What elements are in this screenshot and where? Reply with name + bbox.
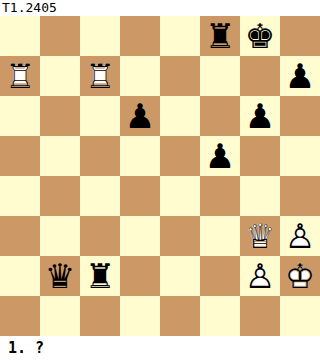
piece-white-pawn: ♟♙ <box>240 256 280 296</box>
square-e7[interactable] <box>160 56 200 96</box>
piece-white-pawn: ♟♙ <box>280 216 320 256</box>
square-b1[interactable] <box>40 296 80 336</box>
square-a5[interactable] <box>0 136 40 176</box>
square-a6[interactable] <box>0 96 40 136</box>
square-g1[interactable] <box>240 296 280 336</box>
square-a8[interactable] <box>0 16 40 56</box>
square-d7[interactable] <box>120 56 160 96</box>
square-g3[interactable]: ♛♕ <box>240 216 280 256</box>
square-b3[interactable] <box>40 216 80 256</box>
square-f5[interactable]: ♟ <box>200 136 240 176</box>
square-h3[interactable]: ♟♙ <box>280 216 320 256</box>
square-h4[interactable] <box>280 176 320 216</box>
square-c4[interactable] <box>80 176 120 216</box>
square-b7[interactable] <box>40 56 80 96</box>
square-a2[interactable] <box>0 256 40 296</box>
square-c3[interactable] <box>80 216 120 256</box>
square-a3[interactable] <box>0 216 40 256</box>
square-g6[interactable]: ♟ <box>240 96 280 136</box>
square-g5[interactable] <box>240 136 280 176</box>
black-pawn-icon: ♟ <box>240 96 280 136</box>
square-d1[interactable] <box>120 296 160 336</box>
white-rook-icon: ♖ <box>80 56 120 96</box>
square-b8[interactable] <box>40 16 80 56</box>
square-f3[interactable] <box>200 216 240 256</box>
piece-black-queen: ♛ <box>40 256 80 296</box>
square-c2[interactable]: ♜ <box>80 256 120 296</box>
black-rook-icon: ♜ <box>200 16 240 56</box>
square-h6[interactable] <box>280 96 320 136</box>
title-bar: T1.2405 <box>0 0 320 16</box>
piece-white-rook: ♜♖ <box>80 56 120 96</box>
black-queen-icon: ♛ <box>40 256 80 296</box>
square-b4[interactable] <box>40 176 80 216</box>
square-e6[interactable] <box>160 96 200 136</box>
square-f2[interactable] <box>200 256 240 296</box>
square-f4[interactable] <box>200 176 240 216</box>
square-e1[interactable] <box>160 296 200 336</box>
square-e3[interactable] <box>160 216 200 256</box>
piece-white-king: ♚♔ <box>280 256 320 296</box>
square-f8[interactable]: ♜ <box>200 16 240 56</box>
square-c7[interactable]: ♜♖ <box>80 56 120 96</box>
piece-white-queen: ♛♕ <box>240 216 280 256</box>
square-c8[interactable] <box>80 16 120 56</box>
square-f7[interactable] <box>200 56 240 96</box>
square-b2[interactable]: ♛ <box>40 256 80 296</box>
square-b6[interactable] <box>40 96 80 136</box>
square-h7[interactable]: ♟ <box>280 56 320 96</box>
black-rook-icon: ♜ <box>80 256 120 296</box>
black-pawn-icon: ♟ <box>120 96 160 136</box>
square-c6[interactable] <box>80 96 120 136</box>
page-title: T1.2405 <box>2 0 57 16</box>
square-d4[interactable] <box>120 176 160 216</box>
square-d3[interactable] <box>120 216 160 256</box>
white-rook-icon: ♖ <box>0 56 40 96</box>
piece-black-pawn: ♟ <box>120 96 160 136</box>
piece-black-rook: ♜ <box>200 16 240 56</box>
piece-white-rook: ♜♖ <box>0 56 40 96</box>
square-f1[interactable] <box>200 296 240 336</box>
square-e2[interactable] <box>160 256 200 296</box>
square-h5[interactable] <box>280 136 320 176</box>
square-h8[interactable] <box>280 16 320 56</box>
square-b5[interactable] <box>40 136 80 176</box>
piece-black-pawn: ♟ <box>200 136 240 176</box>
square-e5[interactable] <box>160 136 200 176</box>
square-g7[interactable] <box>240 56 280 96</box>
square-d2[interactable] <box>120 256 160 296</box>
square-a7[interactable]: ♜♖ <box>0 56 40 96</box>
square-c5[interactable] <box>80 136 120 176</box>
move-prompt: 1. ? <box>8 339 44 357</box>
white-king-icon: ♔ <box>280 256 320 296</box>
piece-black-pawn: ♟ <box>240 96 280 136</box>
square-f6[interactable] <box>200 96 240 136</box>
black-king-icon: ♚ <box>240 16 280 56</box>
square-d8[interactable] <box>120 16 160 56</box>
square-c1[interactable] <box>80 296 120 336</box>
square-a1[interactable] <box>0 296 40 336</box>
square-g4[interactable] <box>240 176 280 216</box>
white-pawn-icon: ♙ <box>240 256 280 296</box>
black-pawn-icon: ♟ <box>280 56 320 96</box>
square-e8[interactable] <box>160 16 200 56</box>
piece-black-pawn: ♟ <box>280 56 320 96</box>
square-d5[interactable] <box>120 136 160 176</box>
square-a4[interactable] <box>0 176 40 216</box>
piece-black-king: ♚ <box>240 16 280 56</box>
square-h2[interactable]: ♚♔ <box>280 256 320 296</box>
square-d6[interactable]: ♟ <box>120 96 160 136</box>
square-g8[interactable]: ♚ <box>240 16 280 56</box>
square-g2[interactable]: ♟♙ <box>240 256 280 296</box>
chess-board: ♜♚♜♖♜♖♟♟♟♟♛♕♟♙♛♜♟♙♚♔ <box>0 16 320 336</box>
black-pawn-icon: ♟ <box>200 136 240 176</box>
square-e4[interactable] <box>160 176 200 216</box>
white-queen-icon: ♕ <box>240 216 280 256</box>
piece-black-rook: ♜ <box>80 256 120 296</box>
square-h1[interactable] <box>280 296 320 336</box>
white-pawn-icon: ♙ <box>280 216 320 256</box>
status-bar: 1. ? <box>0 336 320 360</box>
